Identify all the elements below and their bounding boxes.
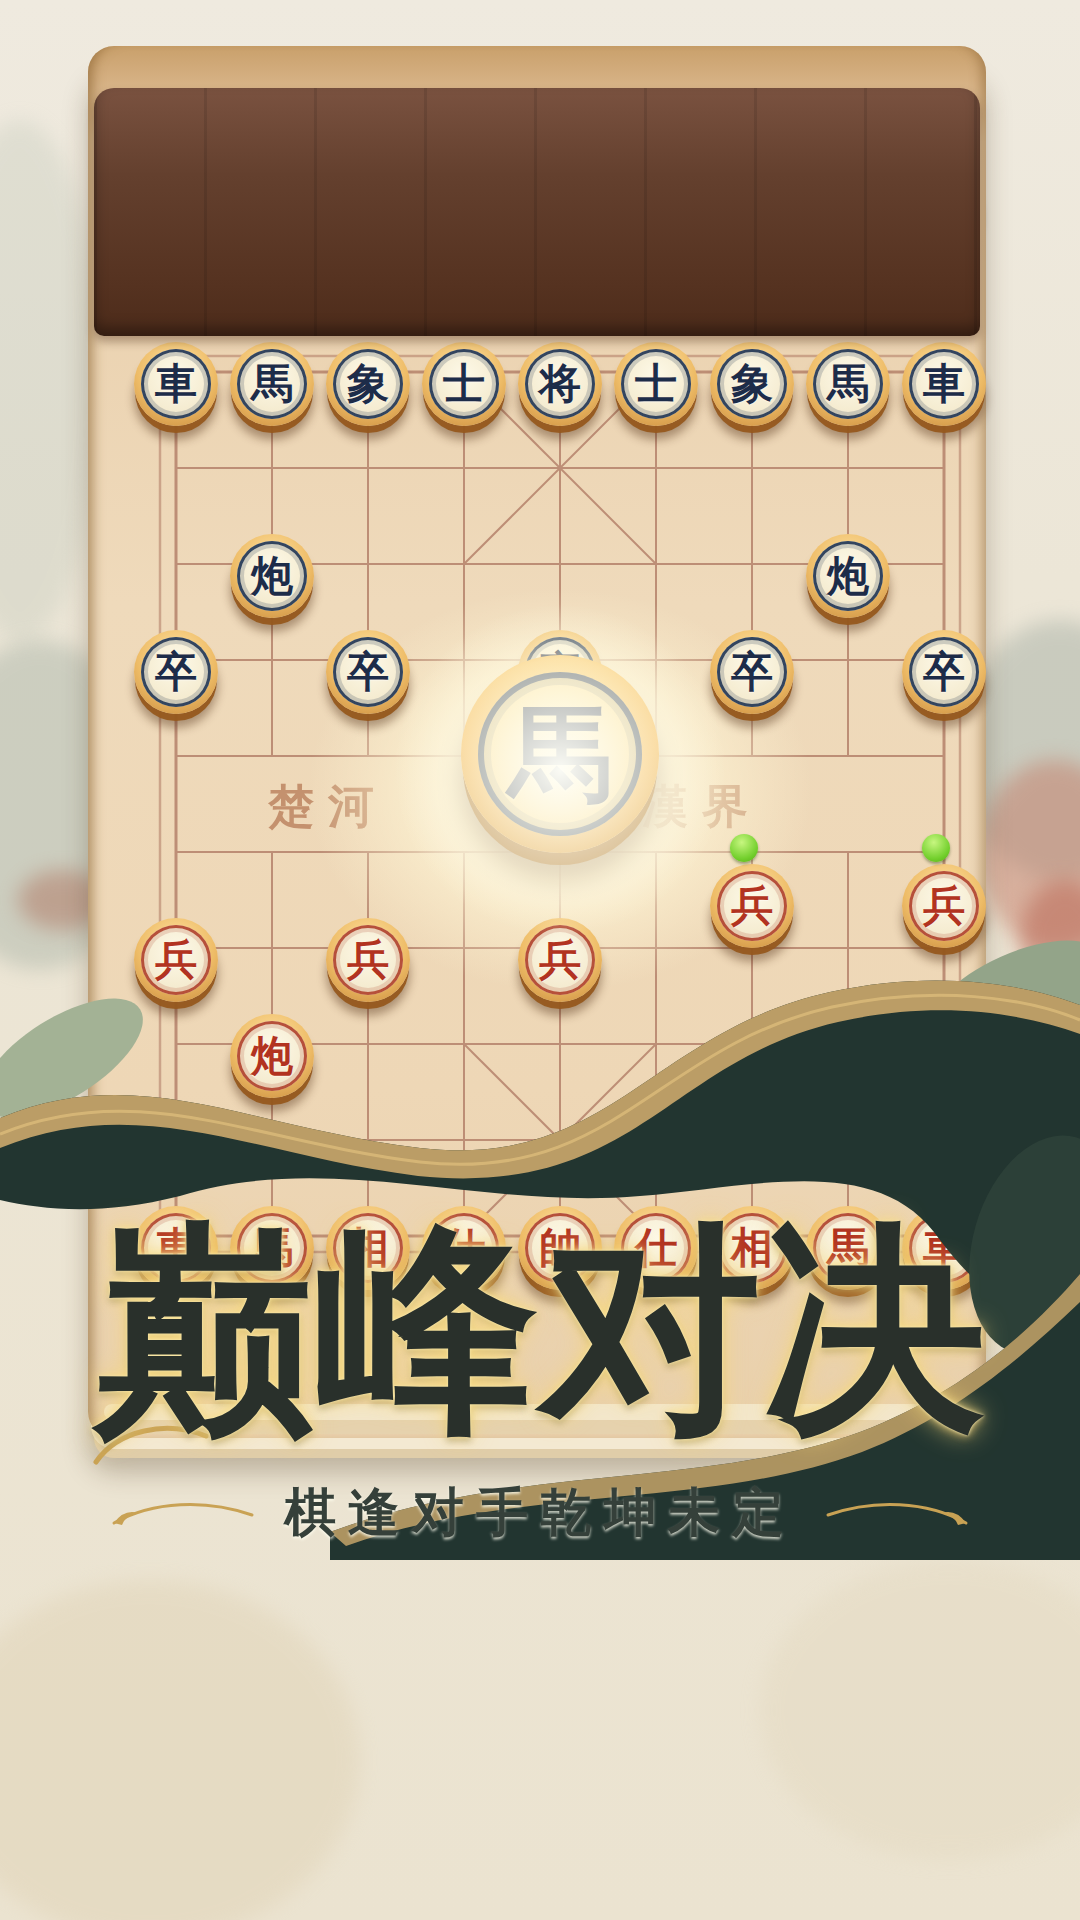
piece-face: 炮 — [813, 1021, 883, 1091]
piece-black-馬[interactable]: 馬 — [230, 342, 314, 426]
app-screen: 楚河 漢界 車馬象士将士象馬車炮炮卒卒卒卒卒兵兵兵兵兵炮炮車馬相仕帥仕相馬車馬 … — [0, 0, 1080, 1920]
piece-black-象[interactable]: 象 — [710, 342, 794, 426]
piece-face: 将 — [525, 349, 595, 419]
background-mist-left — [0, 120, 100, 640]
piece-face: 士 — [429, 349, 499, 419]
piece-face: 炮 — [813, 541, 883, 611]
piece-glyph: 馬 — [827, 363, 869, 405]
piece-red-兵[interactable]: 兵 — [134, 918, 218, 1002]
gold-flourish-left-icon — [108, 1493, 258, 1533]
piece-black-象[interactable]: 象 — [326, 342, 410, 426]
piece-face: 炮 — [237, 541, 307, 611]
piece-glyph: 卒 — [923, 651, 965, 693]
promo-subtitle-row: 棋逢对手乾坤未定 — [0, 1478, 1080, 1548]
piece-glyph: 車 — [155, 363, 197, 405]
piece-face: 卒 — [141, 637, 211, 707]
piece-face: 馬 — [237, 349, 307, 419]
piece-glyph: 象 — [347, 363, 389, 405]
piece-face: 車 — [141, 349, 211, 419]
piece-glyph: 炮 — [251, 555, 293, 597]
piece-glyph: 士 — [443, 363, 485, 405]
highlight-piece-halo — [330, 540, 790, 1000]
background-wash-bottom-left — [0, 1580, 360, 1920]
piece-glyph: 将 — [539, 363, 581, 405]
piece-glyph: 士 — [635, 363, 677, 405]
match-header — [94, 88, 980, 336]
piece-face: 馬 — [813, 349, 883, 419]
piece-face: 兵 — [909, 871, 979, 941]
piece-glyph: 兵 — [923, 885, 965, 927]
piece-black-士[interactable]: 士 — [422, 342, 506, 426]
piece-glyph: 炮 — [827, 555, 869, 597]
piece-red-兵[interactable]: 兵 — [902, 864, 986, 948]
piece-face: 象 — [333, 349, 403, 419]
background-wash-bottom-right — [760, 1560, 1080, 1860]
piece-face: 士 — [621, 349, 691, 419]
piece-face: 車 — [909, 349, 979, 419]
piece-black-卒[interactable]: 卒 — [134, 630, 218, 714]
piece-glyph: 車 — [923, 363, 965, 405]
piece-black-馬[interactable]: 馬 — [806, 342, 890, 426]
piece-face: 兵 — [141, 925, 211, 995]
piece-red-炮[interactable]: 炮 — [806, 1014, 890, 1098]
piece-face: 象 — [717, 349, 787, 419]
piece-glyph: 炮 — [251, 1035, 293, 1077]
piece-glyph: 炮 — [827, 1035, 869, 1077]
promo-title: 巅峰对决 — [0, 1218, 1080, 1440]
piece-glyph: 卒 — [155, 651, 197, 693]
piece-face: 炮 — [237, 1021, 307, 1091]
promo-subtitle: 棋逢对手乾坤未定 — [284, 1478, 796, 1548]
gold-flourish-right-icon — [822, 1493, 972, 1533]
piece-black-炮[interactable]: 炮 — [806, 534, 890, 618]
piece-glyph: 象 — [731, 363, 773, 405]
piece-face: 卒 — [909, 637, 979, 707]
piece-black-車[interactable]: 車 — [134, 342, 218, 426]
piece-black-車[interactable]: 車 — [902, 342, 986, 426]
piece-glyph: 兵 — [155, 939, 197, 981]
piece-black-卒[interactable]: 卒 — [902, 630, 986, 714]
piece-black-士[interactable]: 士 — [614, 342, 698, 426]
piece-glyph: 馬 — [251, 363, 293, 405]
piece-black-炮[interactable]: 炮 — [230, 534, 314, 618]
piece-black-将[interactable]: 将 — [518, 342, 602, 426]
piece-red-炮[interactable]: 炮 — [230, 1014, 314, 1098]
